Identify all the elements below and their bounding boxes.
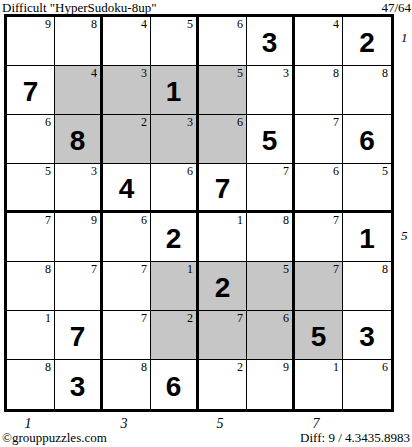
cell-r6c1[interactable]: 8 bbox=[7, 262, 55, 311]
cell-r6c6[interactable]: 5 bbox=[247, 262, 295, 311]
pencil-mark: 7 bbox=[141, 262, 147, 276]
cell-r8c2[interactable]: 3 bbox=[55, 360, 103, 409]
pencil-mark: 9 bbox=[91, 213, 97, 227]
pencil-mark: 7 bbox=[91, 262, 97, 276]
cell-r5c5[interactable]: 1 bbox=[199, 213, 247, 262]
cell-r5c4[interactable]: 2 bbox=[151, 213, 199, 262]
pencil-mark: 1 bbox=[333, 360, 339, 374]
cell-r5c7[interactable]: 7 bbox=[295, 213, 343, 262]
difficulty-text: Diff: 9 / 4.3435.8983 bbox=[300, 430, 410, 446]
board: 9845634274315388682365765346776579621871… bbox=[4, 14, 394, 412]
pencil-mark: 2 bbox=[141, 115, 147, 129]
pencil-mark: 8 bbox=[382, 66, 388, 80]
col-label-5: 5 bbox=[210, 416, 230, 432]
given-digit: 4 bbox=[119, 169, 135, 205]
cell-r2c8[interactable]: 8 bbox=[343, 66, 391, 115]
pencil-mark: 9 bbox=[283, 360, 289, 374]
pencil-mark: 4 bbox=[91, 66, 97, 80]
cell-r4c4[interactable]: 6 bbox=[151, 164, 199, 213]
cell-r1c4[interactable]: 5 bbox=[151, 17, 199, 66]
cell-r4c5[interactable]: 7 bbox=[199, 164, 247, 213]
pencil-mark: 7 bbox=[45, 213, 51, 227]
given-digit: 1 bbox=[359, 219, 375, 255]
cell-r6c8[interactable]: 8 bbox=[343, 262, 391, 311]
pencil-mark: 6 bbox=[187, 164, 193, 178]
pencil-mark: 2 bbox=[237, 360, 243, 374]
cell-r2c2[interactable]: 4 bbox=[55, 66, 103, 115]
cell-r2c4[interactable]: 1 bbox=[151, 66, 199, 115]
cell-r7c3[interactable]: 7 bbox=[103, 311, 151, 360]
copyright-text: ©grouppuzzles.com bbox=[2, 430, 107, 446]
pencil-mark: 8 bbox=[45, 262, 51, 276]
cell-r1c8[interactable]: 2 bbox=[343, 17, 391, 66]
cell-r3c2[interactable]: 8 bbox=[55, 115, 103, 164]
cell-r2c5[interactable]: 5 bbox=[199, 66, 247, 115]
cell-r7c6[interactable]: 6 bbox=[247, 311, 295, 360]
given-digit: 3 bbox=[262, 23, 278, 59]
pencil-mark: 4 bbox=[141, 17, 147, 31]
pencil-mark: 1 bbox=[237, 213, 243, 227]
cell-r8c1[interactable]: 8 bbox=[7, 360, 55, 409]
cell-r4c2[interactable]: 3 bbox=[55, 164, 103, 213]
pencil-mark: 6 bbox=[141, 213, 147, 227]
given-digit: 2 bbox=[215, 268, 231, 304]
cell-r8c7[interactable]: 1 bbox=[295, 360, 343, 409]
pencil-mark: 3 bbox=[141, 66, 147, 80]
given-digit: 8 bbox=[70, 121, 86, 157]
page: Difficult "HyperSudoku-8up" 47/64 984563… bbox=[0, 0, 412, 447]
cell-r1c7[interactable]: 4 bbox=[295, 17, 343, 66]
cell-r5c2[interactable]: 9 bbox=[55, 213, 103, 262]
cell-r1c3[interactable]: 4 bbox=[103, 17, 151, 66]
cell-r7c2[interactable]: 7 bbox=[55, 311, 103, 360]
cell-r3c3[interactable]: 2 bbox=[103, 115, 151, 164]
cell-r7c5[interactable]: 7 bbox=[199, 311, 247, 360]
pencil-mark: 6 bbox=[45, 115, 51, 129]
cell-r1c6[interactable]: 3 bbox=[247, 17, 295, 66]
cell-r3c5[interactable]: 6 bbox=[199, 115, 247, 164]
pencil-mark: 6 bbox=[333, 164, 339, 178]
row-label-5: 5 bbox=[401, 228, 408, 244]
cell-r5c1[interactable]: 7 bbox=[7, 213, 55, 262]
pencil-mark: 5 bbox=[283, 262, 289, 276]
pencil-mark: 8 bbox=[45, 360, 51, 374]
given-digit: 7 bbox=[70, 317, 86, 353]
cell-r7c7[interactable]: 5 bbox=[295, 311, 343, 360]
given-digit: 7 bbox=[23, 72, 39, 108]
pencil-mark: 3 bbox=[283, 66, 289, 80]
pencil-mark: 7 bbox=[141, 311, 147, 325]
pencil-mark: 3 bbox=[91, 164, 97, 178]
pencil-mark: 7 bbox=[333, 115, 339, 129]
cell-r8c8[interactable]: 6 bbox=[343, 360, 391, 409]
cell-r3c8[interactable]: 6 bbox=[343, 115, 391, 164]
pencil-mark: 8 bbox=[333, 66, 339, 80]
cell-r4c7[interactable]: 6 bbox=[295, 164, 343, 213]
pencil-mark: 5 bbox=[45, 164, 51, 178]
given-digit: 2 bbox=[166, 219, 182, 255]
cell-r1c1[interactable]: 9 bbox=[7, 17, 55, 66]
cell-r6c5[interactable]: 2 bbox=[199, 262, 247, 311]
cell-r6c2[interactable]: 7 bbox=[55, 262, 103, 311]
pencil-mark: 7 bbox=[283, 164, 289, 178]
cell-r1c5[interactable]: 6 bbox=[199, 17, 247, 66]
cell-r4c8[interactable]: 5 bbox=[343, 164, 391, 213]
pencil-mark: 4 bbox=[333, 17, 339, 31]
cell-r7c8[interactable]: 3 bbox=[343, 311, 391, 360]
given-digit: 6 bbox=[359, 121, 375, 157]
cell-r3c6[interactable]: 5 bbox=[247, 115, 295, 164]
cell-r7c1[interactable]: 1 bbox=[7, 311, 55, 360]
cell-r4c1[interactable]: 5 bbox=[7, 164, 55, 213]
pencil-mark: 5 bbox=[187, 17, 193, 31]
pencil-mark: 8 bbox=[91, 17, 97, 31]
cell-r3c7[interactable]: 7 bbox=[295, 115, 343, 164]
pencil-mark: 7 bbox=[333, 213, 339, 227]
given-digit: 2 bbox=[359, 23, 375, 59]
pencil-mark: 5 bbox=[237, 66, 243, 80]
given-digit: 1 bbox=[166, 72, 182, 108]
cell-r3c1[interactable]: 6 bbox=[7, 115, 55, 164]
row-label-1: 1 bbox=[401, 30, 408, 46]
cell-r8c3[interactable]: 8 bbox=[103, 360, 151, 409]
cell-r6c7[interactable]: 7 bbox=[295, 262, 343, 311]
pencil-mark: 6 bbox=[382, 360, 388, 374]
pencil-mark: 6 bbox=[237, 17, 243, 31]
pencil-mark: 3 bbox=[187, 115, 193, 129]
given-digit: 6 bbox=[166, 367, 182, 403]
cell-r5c6[interactable]: 8 bbox=[247, 213, 295, 262]
pencil-mark: 7 bbox=[333, 262, 339, 276]
cell-r2c1[interactable]: 7 bbox=[7, 66, 55, 115]
pencil-mark: 1 bbox=[187, 262, 193, 276]
cell-r3c4[interactable]: 3 bbox=[151, 115, 199, 164]
pencil-mark: 8 bbox=[141, 360, 147, 374]
cell-r6c4[interactable]: 1 bbox=[151, 262, 199, 311]
given-digit: 7 bbox=[215, 169, 231, 205]
col-label-3: 3 bbox=[114, 416, 134, 432]
cell-r2c3[interactable]: 3 bbox=[103, 66, 151, 115]
cell-r5c8[interactable]: 1 bbox=[343, 213, 391, 262]
pencil-mark: 7 bbox=[237, 311, 243, 325]
pencil-mark: 8 bbox=[283, 213, 289, 227]
cell-r5c3[interactable]: 6 bbox=[103, 213, 151, 262]
cell-r7c4[interactable]: 2 bbox=[151, 311, 199, 360]
pencil-mark: 6 bbox=[237, 115, 243, 129]
given-digit: 3 bbox=[70, 367, 86, 403]
given-digit: 5 bbox=[262, 121, 278, 157]
cell-r4c3[interactable]: 4 bbox=[103, 164, 151, 213]
cell-r2c6[interactable]: 3 bbox=[247, 66, 295, 115]
cell-r4c6[interactable]: 7 bbox=[247, 164, 295, 213]
cell-r2c7[interactable]: 8 bbox=[295, 66, 343, 115]
given-digit: 5 bbox=[311, 317, 327, 353]
given-digit: 3 bbox=[359, 317, 375, 353]
cell-r6c3[interactable]: 7 bbox=[103, 262, 151, 311]
pencil-mark: 2 bbox=[187, 311, 193, 325]
cell-r8c5[interactable]: 2 bbox=[199, 360, 247, 409]
pencil-mark: 9 bbox=[45, 17, 51, 31]
pencil-mark: 8 bbox=[382, 262, 388, 276]
cell-r8c4[interactable]: 6 bbox=[151, 360, 199, 409]
cell-r8c6[interactable]: 9 bbox=[247, 360, 295, 409]
cell-r1c2[interactable]: 8 bbox=[55, 17, 103, 66]
pencil-mark: 1 bbox=[45, 311, 51, 325]
pencil-mark: 6 bbox=[283, 311, 289, 325]
pencil-mark: 5 bbox=[382, 164, 388, 178]
